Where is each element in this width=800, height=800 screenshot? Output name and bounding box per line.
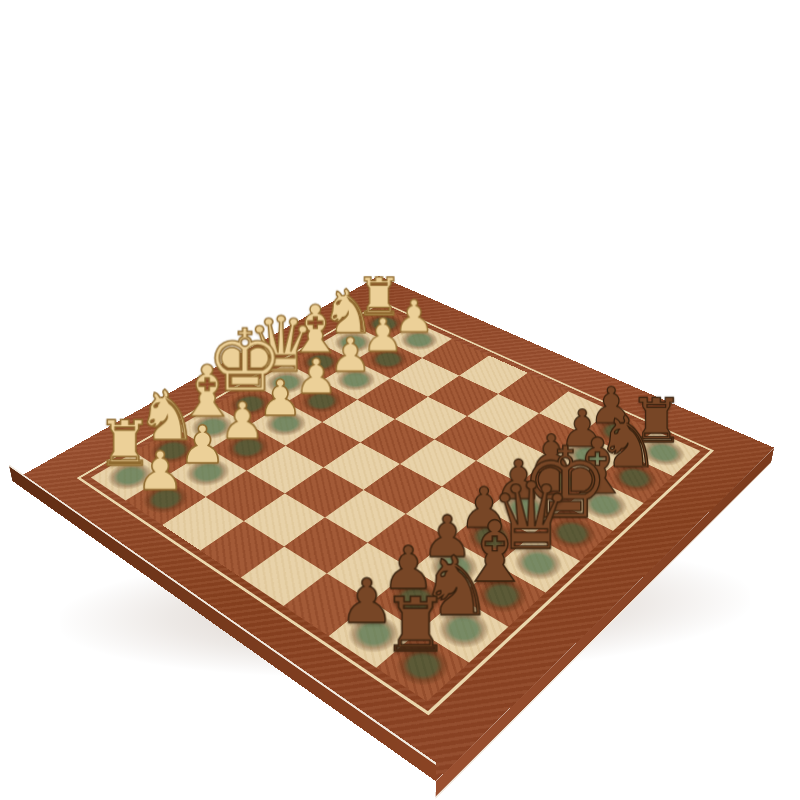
chess-board: ♜♞♝♚♛♝♞♜♟♟♟♟♟♟♟♟♟♟♟♟♟♟♟♟♜♞♝♛♚♝♞♜: [91, 307, 701, 701]
board-frame-top: ♜♞♝♚♛♝♞♜♟♟♟♟♟♟♟♟♟♟♟♟♟♟♟♟♜♞♝♛♚♝♞♜: [12, 276, 774, 781]
board-photo-scene: ♜♞♝♚♛♝♞♜♟♟♟♟♟♟♟♟♟♟♟♟♟♟♟♟♜♞♝♛♚♝♞♜: [0, 0, 800, 800]
piece-black-rook: ♜: [382, 589, 449, 664]
chess-board-3d: ♜♞♝♚♛♝♞♜♟♟♟♟♟♟♟♟♟♟♟♟♟♟♟♟♜♞♝♛♚♝♞♜: [12, 276, 774, 781]
piece-white-pawn: ♟: [136, 444, 184, 498]
chess-set-photo: ♜♞♝♚♛♝♞♜♟♟♟♟♟♟♟♟♟♟♟♟♟♟♟♟♜♞♝♛♚♝♞♜: [0, 0, 800, 800]
piece-white-pawn: ♟: [179, 419, 226, 471]
piece-white-pawn: ♟: [220, 395, 266, 446]
